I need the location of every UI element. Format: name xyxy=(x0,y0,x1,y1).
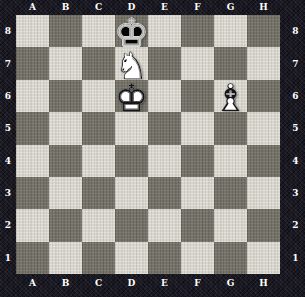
square-g8[interactable] xyxy=(214,15,247,47)
file-label-d: D xyxy=(115,274,148,292)
square-e5[interactable] xyxy=(148,112,181,144)
rank-labels-right: 87654321 xyxy=(280,15,305,274)
square-g7[interactable] xyxy=(214,47,247,79)
square-a5[interactable] xyxy=(16,112,49,144)
square-d1[interactable] xyxy=(115,242,148,274)
chessboard-frame: ABCDEFGH ABCDEFGH 87654321 87654321 ♚♔♞♘… xyxy=(0,0,305,297)
rank-label-1: 1 xyxy=(0,242,16,274)
square-f3[interactable] xyxy=(181,177,214,209)
rank-label-8: 8 xyxy=(286,15,305,47)
file-label-b: B xyxy=(49,0,82,14)
square-h4[interactable] xyxy=(247,145,280,177)
square-a6[interactable] xyxy=(16,80,49,112)
square-c6[interactable] xyxy=(82,80,115,112)
file-label-e: E xyxy=(148,274,181,292)
square-f5[interactable] xyxy=(181,112,214,144)
file-label-g: G xyxy=(214,274,247,292)
file-label-f: F xyxy=(181,274,214,292)
rank-label-6: 6 xyxy=(0,80,16,112)
file-label-e: E xyxy=(148,0,181,14)
square-a2[interactable] xyxy=(16,209,49,241)
rank-label-4: 4 xyxy=(0,145,16,177)
rank-label-3: 3 xyxy=(0,177,16,209)
square-e4[interactable] xyxy=(148,145,181,177)
square-c4[interactable] xyxy=(82,145,115,177)
white-king-outline: ♔ xyxy=(115,82,148,114)
rank-label-7: 7 xyxy=(0,47,16,79)
square-e7[interactable] xyxy=(148,47,181,79)
square-e1[interactable] xyxy=(148,242,181,274)
square-c3[interactable] xyxy=(82,177,115,209)
file-labels-top: ABCDEFGH xyxy=(16,0,280,15)
square-h3[interactable] xyxy=(247,177,280,209)
square-c1[interactable] xyxy=(82,242,115,274)
square-a3[interactable] xyxy=(16,177,49,209)
square-b2[interactable] xyxy=(49,209,82,241)
square-b3[interactable] xyxy=(49,177,82,209)
square-g4[interactable] xyxy=(214,145,247,177)
square-g6[interactable]: ♝♗ xyxy=(214,80,247,112)
square-h6[interactable] xyxy=(247,80,280,112)
file-label-a: A xyxy=(16,274,49,292)
square-d7[interactable]: ♞♘ xyxy=(115,47,148,79)
file-label-a: A xyxy=(16,0,49,14)
square-e8[interactable] xyxy=(148,15,181,47)
square-c7[interactable] xyxy=(82,47,115,79)
square-a8[interactable] xyxy=(16,15,49,47)
square-h7[interactable] xyxy=(247,47,280,79)
file-label-h: H xyxy=(247,274,280,292)
square-f2[interactable] xyxy=(181,209,214,241)
black-king-outline: ♔ xyxy=(115,17,148,49)
white-king-body: ♚ xyxy=(115,82,148,114)
square-f7[interactable] xyxy=(181,47,214,79)
rank-label-4: 4 xyxy=(286,145,305,177)
square-g2[interactable] xyxy=(214,209,247,241)
chess-board: ♚♔♞♘♚♔♝♗ xyxy=(16,15,280,274)
square-d6[interactable]: ♚♔ xyxy=(115,80,148,112)
square-b4[interactable] xyxy=(49,145,82,177)
square-e6[interactable] xyxy=(148,80,181,112)
square-h1[interactable] xyxy=(247,242,280,274)
rank-label-8: 8 xyxy=(0,15,16,47)
white-knight-outline: ♘ xyxy=(115,49,148,81)
square-f1[interactable] xyxy=(181,242,214,274)
square-a1[interactable] xyxy=(16,242,49,274)
white-knight[interactable]: ♞♘ xyxy=(115,47,148,79)
rank-label-5: 5 xyxy=(0,112,16,144)
square-a4[interactable] xyxy=(16,145,49,177)
square-h8[interactable] xyxy=(247,15,280,47)
square-b7[interactable] xyxy=(49,47,82,79)
rank-label-7: 7 xyxy=(286,47,305,79)
square-c5[interactable] xyxy=(82,112,115,144)
square-c2[interactable] xyxy=(82,209,115,241)
square-h5[interactable] xyxy=(247,112,280,144)
file-label-d: D xyxy=(115,0,148,14)
file-label-h: H xyxy=(247,0,280,14)
rank-labels-left: 87654321 xyxy=(0,15,16,274)
square-g1[interactable] xyxy=(214,242,247,274)
square-d8[interactable]: ♚♔ xyxy=(115,15,148,47)
square-g5[interactable] xyxy=(214,112,247,144)
square-f6[interactable] xyxy=(181,80,214,112)
square-g3[interactable] xyxy=(214,177,247,209)
square-f4[interactable] xyxy=(181,145,214,177)
rank-label-1: 1 xyxy=(286,242,305,274)
square-d5[interactable] xyxy=(115,112,148,144)
black-king-body: ♚ xyxy=(115,17,148,49)
white-bishop-outline: ♗ xyxy=(214,82,247,114)
square-e3[interactable] xyxy=(148,177,181,209)
file-label-b: B xyxy=(49,274,82,292)
rank-label-2: 2 xyxy=(286,209,305,241)
file-labels-bottom: ABCDEFGH xyxy=(16,274,280,297)
rank-label-3: 3 xyxy=(286,177,305,209)
white-king[interactable]: ♚♔ xyxy=(115,80,148,112)
rank-label-2: 2 xyxy=(0,209,16,241)
file-label-f: F xyxy=(181,0,214,14)
file-label-c: C xyxy=(82,0,115,14)
white-knight-body: ♞ xyxy=(115,49,148,81)
square-b1[interactable] xyxy=(49,242,82,274)
square-b6[interactable] xyxy=(49,80,82,112)
square-b5[interactable] xyxy=(49,112,82,144)
square-c8[interactable] xyxy=(82,15,115,47)
rank-label-5: 5 xyxy=(286,112,305,144)
square-a7[interactable] xyxy=(16,47,49,79)
square-e2[interactable] xyxy=(148,209,181,241)
square-f8[interactable] xyxy=(181,15,214,47)
square-d4[interactable] xyxy=(115,145,148,177)
rank-label-6: 6 xyxy=(286,80,305,112)
square-h2[interactable] xyxy=(247,209,280,241)
file-label-g: G xyxy=(214,0,247,14)
square-d2[interactable] xyxy=(115,209,148,241)
square-b8[interactable] xyxy=(49,15,82,47)
file-label-c: C xyxy=(82,274,115,292)
white-bishop-body: ♝ xyxy=(214,82,247,114)
square-d3[interactable] xyxy=(115,177,148,209)
black-king[interactable]: ♚♔ xyxy=(115,15,148,47)
white-bishop[interactable]: ♝♗ xyxy=(214,80,247,112)
